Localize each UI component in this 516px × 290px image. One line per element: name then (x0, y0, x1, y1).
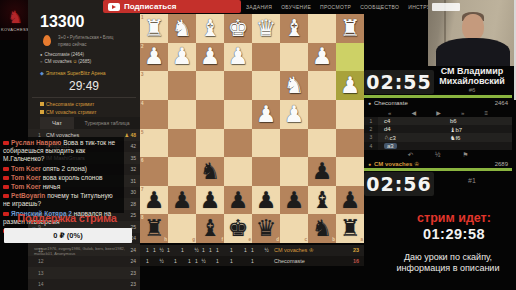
result-sequence: 11½11½111111½ (144, 247, 274, 253)
step-forward-button[interactable]: ▶ (436, 109, 441, 116)
chat-username[interactable]: PetBoyarin (11, 192, 45, 199)
black-piece[interactable]: ♛ (256, 217, 277, 240)
square-h7[interactable]: 7♟ (140, 186, 168, 215)
file-label: g (192, 237, 195, 242)
black-piece[interactable]: ♟ (200, 189, 221, 212)
score: 31 (130, 178, 136, 184)
square-f2[interactable]: ♟ (196, 43, 224, 72)
chat-message: Руслан Навраю Вова в тик-ток не собираеш… (3, 139, 121, 164)
square-f8[interactable]: f♝ (196, 214, 224, 243)
black-piece[interactable]: ♟ (340, 189, 361, 212)
chat-username[interactable]: Руслан Навраю (11, 139, 61, 146)
youtube-chat-icon (3, 176, 9, 180)
clock-black: 02:56 (364, 172, 434, 196)
black-piece[interactable]: ♜ (340, 217, 361, 240)
black-piece[interactable]: ♟ (312, 160, 333, 183)
leaderboard-row[interactable]: 12 24 (28, 256, 140, 268)
score: 28 (130, 201, 136, 207)
white-piece[interactable]: ♞ (284, 74, 305, 97)
white-piece[interactable]: ♟ (172, 45, 193, 68)
square-d2[interactable] (252, 43, 280, 72)
square-d4[interactable]: ♟ (252, 100, 280, 129)
resign-button[interactable]: ⚑ (463, 151, 469, 159)
black-piece[interactable]: ♟ (172, 189, 193, 212)
white-piece[interactable]: ♜ (340, 17, 361, 40)
time-bar-black (364, 168, 512, 171)
square-g4[interactable] (168, 100, 196, 129)
white-piece[interactable]: ♜ (144, 17, 165, 40)
white-piece[interactable]: ♟ (340, 74, 361, 97)
square-g6[interactable] (168, 157, 196, 186)
black-dot-icon: ○ (40, 59, 42, 64)
rank: 12 (38, 258, 46, 264)
white-rating: 2464 (495, 100, 508, 106)
chat-message: Tom Koer ничья (3, 183, 121, 191)
chat-username[interactable]: Tom Koer (11, 165, 41, 172)
square-b2[interactable]: ♟ (308, 43, 336, 72)
square-a5[interactable] (336, 129, 364, 158)
square-c5[interactable] (280, 129, 308, 158)
donation-progress-bar: 0 ₽ (0%) (4, 228, 132, 243)
subscribe-button[interactable]: Подписаться (103, 0, 241, 13)
square-g2[interactable]: ♟ (168, 43, 196, 72)
score: 42 (130, 143, 136, 149)
black-player-line[interactable]: ○CM vovaches ♔ (2685) (40, 59, 91, 64)
file-label: a (360, 237, 363, 242)
move-list[interactable]: 1 c4 b62 d4 ♝b73 ♘c3 ♞f64 a3 (364, 117, 512, 150)
file-label: h (164, 237, 167, 242)
square-c8[interactable]: c (280, 214, 308, 243)
square-h5[interactable]: 5 (140, 129, 168, 158)
rank: 14 (38, 281, 46, 287)
menu-button[interactable]: ≡ (484, 110, 488, 116)
stream-badge-icon (40, 102, 44, 106)
youtube-chat-icon (3, 141, 9, 145)
rank-label: 8 (141, 215, 144, 220)
nav-item-сообщество[interactable]: СООБЩЕСТВО (360, 4, 399, 10)
move-row: 2 d4 ♝b7 (364, 125, 512, 133)
move-number: 4 (364, 142, 378, 150)
jump-start-button[interactable]: « (388, 110, 391, 116)
chess-board[interactable]: 1♜♞♝♚♛♝♜2♟♟♟♟♟3♞♟4♟♟56♞♟7♟♟♟♟♟♟♝♟8h♜gf♝e… (140, 14, 364, 243)
rank: 13 (38, 270, 46, 276)
white-piece[interactable]: ♟ (144, 45, 165, 68)
match-score-row: 11½11½111111½ CM vovaches ♔ 23 (140, 245, 364, 256)
match-score-row: 1½111½111 Checomaste 16 (140, 256, 364, 267)
player-dot-icon: ● (368, 100, 371, 106)
rank-label: 1 (141, 15, 144, 20)
white-move[interactable]: c4 (378, 118, 444, 124)
player-row-white[interactable]: ● Checomaste 2464 (364, 98, 512, 107)
arena-link[interactable]: ◆Элитная SuperBlitz Арена (40, 70, 106, 76)
jump-end-button[interactable]: » (461, 110, 464, 116)
square-c7[interactable]: ♟ (280, 186, 308, 215)
score: 32 (130, 166, 136, 172)
tab-chat[interactable]: Чат (40, 117, 74, 129)
square-e6[interactable] (224, 157, 252, 186)
score: ♟ 48 (125, 132, 136, 138)
square-a6[interactable] (336, 157, 364, 186)
streaming-row-black[interactable]: CM vovaches стримит (40, 109, 97, 115)
black-piece[interactable]: ♞ (312, 217, 333, 240)
square-c4[interactable]: ♟ (280, 100, 308, 129)
youtube-chat-icon (3, 194, 9, 198)
square-h4[interactable]: 4 (140, 100, 168, 129)
flame-icon (43, 35, 51, 46)
square-a8[interactable]: a♜ (336, 214, 364, 243)
black-piece[interactable]: ♟ (228, 189, 249, 212)
score: 24 (130, 258, 136, 264)
square-g3[interactable] (168, 71, 196, 100)
streamer-body (436, 38, 510, 66)
square-a1[interactable]: ♜ (336, 14, 364, 43)
square-e4[interactable] (224, 100, 252, 129)
square-a3[interactable]: ♟ (336, 71, 364, 100)
leaderboard-row[interactable]: 14 23 (28, 279, 140, 290)
square-d3[interactable] (252, 71, 280, 100)
move-row: 1 c4 b6 (364, 117, 512, 125)
white-dot-icon: ● (40, 52, 42, 57)
square-c2[interactable] (280, 43, 308, 72)
square-d8[interactable]: d♛ (252, 214, 280, 243)
black-piece[interactable]: ♞ (200, 160, 221, 183)
channel-logo: ♞ KOVACHESS (0, 0, 30, 40)
square-b5[interactable] (308, 129, 336, 158)
square-d1[interactable]: ♛ (252, 14, 280, 43)
logo-caption: KOVACHESS (1, 27, 29, 32)
leaderboard-row[interactable]: 13 23 (28, 267, 140, 279)
square-h3[interactable]: 3 (140, 71, 168, 100)
black-piece[interactable]: ♝ (312, 189, 333, 212)
white-piece[interactable]: ♟ (228, 45, 249, 68)
move-number: 2 (364, 125, 378, 133)
white-piece[interactable]: ♝ (200, 17, 221, 40)
nav-item-задания[interactable]: ЗАДАНИЯ (246, 4, 272, 10)
square-a2[interactable] (336, 43, 364, 72)
square-e7[interactable]: ♟ (224, 186, 252, 215)
game-mode-line2: прямо сейчас (58, 42, 87, 47)
square-a4[interactable] (336, 100, 364, 129)
square-h1[interactable]: 1♜ (140, 14, 168, 43)
black-piece[interactable]: ♟ (256, 189, 277, 212)
white-piece[interactable]: ♟ (200, 45, 221, 68)
viewer-count: 13300 (40, 13, 85, 31)
streamer-title-name: СМ ВладимирМихайловский (428, 66, 516, 86)
score: 23 (130, 281, 136, 287)
lessons-note: Даю уроки по скайпу,информация в описани… (380, 252, 516, 274)
square-h8[interactable]: 8h♜ (140, 214, 168, 243)
chat-text: вова король слонов (43, 174, 103, 181)
board-number: #1 (468, 177, 476, 184)
stream-badge-icon (40, 110, 44, 114)
takeback-button[interactable]: ↶ (408, 151, 413, 159)
arena-countdown: 29:49 (28, 79, 140, 93)
square-b7[interactable]: ♝ (308, 186, 336, 215)
move-row: 3 ♘c3 ♞f6 (364, 133, 512, 141)
divider (32, 97, 136, 98)
black-move[interactable]: ♞f6 (444, 134, 510, 141)
step-back-button[interactable]: ◀ (412, 109, 417, 116)
white-piece[interactable]: ♟ (284, 103, 305, 126)
square-b1[interactable] (308, 14, 336, 43)
player-row-black[interactable]: ● CM vovaches ♔ 2689 (364, 159, 512, 168)
youtube-chat-icon (3, 167, 9, 171)
square-c6[interactable] (280, 157, 308, 186)
white-move[interactable]: d4 (378, 126, 444, 132)
rank-label: 2 (141, 44, 144, 49)
nav-item-обучение[interactable]: ОБУЧЕНИЕ (281, 4, 311, 10)
square-g8[interactable]: g (168, 214, 196, 243)
nav-item-просмотр[interactable]: ПРОСМОТР (320, 4, 351, 10)
square-g7[interactable]: ♟ (168, 186, 196, 215)
square-g5[interactable] (168, 129, 196, 158)
black-piece[interactable]: ♝ (200, 217, 221, 240)
white-piece[interactable]: ♛ (256, 17, 277, 40)
white-move[interactable]: a3 (378, 143, 444, 149)
square-f4[interactable] (196, 100, 224, 129)
square-f1[interactable]: ♝ (196, 14, 224, 43)
square-a7[interactable]: ♟ (336, 186, 364, 215)
black-piece[interactable]: ♚ (228, 217, 249, 240)
square-h6[interactable]: 6 (140, 157, 168, 186)
streaming-row-white[interactable]: Checomaste стримит (40, 101, 94, 107)
file-label: b (332, 237, 335, 242)
streamer-face (462, 14, 484, 40)
chat-username[interactable]: Tom Koer (11, 174, 41, 181)
tab-tournament-table[interactable]: Турнирная таблица (74, 117, 140, 129)
score: 30 (130, 189, 136, 195)
logo-knight-icon: ♞ (7, 9, 22, 26)
match-player-name[interactable]: CM vovaches ♔ (274, 247, 353, 253)
square-g1[interactable]: ♞ (168, 14, 196, 43)
donor-list: serman1976, evgeny1986, Gulok, bers, bee… (34, 246, 138, 256)
chat-overlay: Руслан Навраю Вова в тик-ток не собираеш… (0, 137, 124, 213)
stream-live-label: стрим идет: (392, 211, 516, 225)
white-move[interactable]: ♘c3 (378, 134, 444, 141)
player-dot-icon: ● (368, 161, 371, 167)
clock-white: 02:55 (364, 70, 434, 94)
black-piece[interactable]: ♟ (284, 189, 305, 212)
rank-label: 6 (141, 158, 144, 163)
draw-offer-button[interactable]: ½ (435, 151, 440, 158)
chat-text: опять 2 слона) (43, 165, 87, 172)
match-player-name[interactable]: Checomaste (274, 258, 353, 264)
square-e3[interactable] (224, 71, 252, 100)
move-number: 1 (364, 117, 378, 125)
youtube-icon (108, 3, 120, 11)
square-d7[interactable]: ♟ (252, 186, 280, 215)
rank-label: 7 (141, 187, 144, 192)
game-action-buttons: ↶½⚑ (364, 150, 512, 159)
chat-message: PetBoyarin почему ты Титульную не играеш… (3, 192, 121, 208)
black-rating: 2689 (495, 161, 508, 167)
square-f6[interactable]: ♞ (196, 157, 224, 186)
file-label: e (248, 237, 251, 242)
file-label: c (304, 237, 307, 242)
white-piece[interactable]: ♞ (172, 17, 193, 40)
square-b6[interactable]: ♟ (308, 157, 336, 186)
chat-message: Tom Koer вова король слонов (3, 174, 121, 182)
chat-username[interactable]: Tom Koer (11, 183, 41, 190)
subscribe-label: Подписаться (124, 2, 176, 11)
square-f7[interactable]: ♟ (196, 186, 224, 215)
square-e5[interactable] (224, 129, 252, 158)
chat-text: ничья (43, 183, 61, 190)
square-e2[interactable]: ♟ (224, 43, 252, 72)
square-e1[interactable]: ♚ (224, 14, 252, 43)
match-total: 16 (353, 258, 359, 264)
white-piece[interactable]: ♟ (256, 103, 277, 126)
black-move[interactable]: ♝b7 (444, 126, 510, 133)
trophy-icon: ◆ (40, 70, 44, 76)
square-d5[interactable] (252, 129, 280, 158)
move-playback-controls: «◀▶»≡ (364, 108, 512, 117)
black-piece[interactable]: ♟ (144, 189, 165, 212)
square-b4[interactable] (308, 100, 336, 129)
result-sequence: 1½111½111 (144, 258, 274, 264)
youtube-chat-icon (3, 185, 9, 189)
streamer-rank-number: #6 (428, 87, 516, 93)
square-b8[interactable]: b♞ (308, 214, 336, 243)
white-piece[interactable]: ♚ (228, 17, 249, 40)
donation-title: Поддержка стрима (0, 212, 134, 224)
square-c3[interactable]: ♞ (280, 71, 308, 100)
move-number: 3 (364, 133, 378, 141)
white-player-line[interactable]: ●Checomaste (2464) (40, 52, 84, 57)
game-mode-line1: 3+0 • Рубительская • Блиц (58, 35, 113, 40)
square-d6[interactable] (252, 157, 280, 186)
cam-watermark (432, 3, 460, 11)
donation-amount: 0 ₽ (0%) (53, 231, 82, 240)
top-nav: ЗАДАНИЯОБУЧЕНИЕПРОСМОТРСООБЩЕСТВОИНСТРУМ… (246, 2, 426, 12)
move-row: 4 a3 (364, 142, 512, 150)
black-piece[interactable]: ♜ (144, 217, 165, 240)
square-e8[interactable]: e♚ (224, 214, 252, 243)
rank-label: 5 (141, 130, 144, 135)
chat-message: Tom Koer опять 2 слона) (3, 165, 121, 173)
rank-label: 3 (141, 72, 144, 77)
white-piece[interactable]: ♟ (312, 45, 333, 68)
match-total: 23 (353, 247, 359, 253)
file-label: f (222, 237, 224, 242)
stream-uptime: 01:29:58 (392, 226, 516, 242)
rank-label: 4 (141, 101, 144, 106)
file-label: d (276, 237, 279, 242)
square-f3[interactable] (196, 71, 224, 100)
crown-icon: ♔ (73, 59, 77, 64)
square-f5[interactable] (196, 129, 224, 158)
square-b3[interactable] (308, 71, 336, 100)
score: 35 (130, 155, 136, 161)
black-move[interactable]: b6 (444, 118, 510, 124)
match-score-table: 11½11½111111½ CM vovaches ♔ 231½111½111 … (140, 245, 364, 266)
score: 23 (130, 270, 136, 276)
white-piece[interactable]: ♝ (284, 17, 305, 40)
square-h2[interactable]: 2♟ (140, 43, 168, 72)
square-c1[interactable]: ♝ (280, 14, 308, 43)
